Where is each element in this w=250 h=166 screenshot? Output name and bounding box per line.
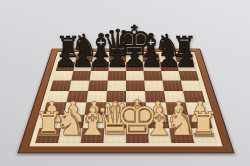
square-c2 bbox=[83, 115, 106, 129]
square-b3 bbox=[64, 102, 86, 114]
square-g6 bbox=[161, 71, 181, 81]
square-e8 bbox=[126, 54, 143, 62]
square-f8 bbox=[142, 54, 160, 62]
square-a7 bbox=[56, 62, 75, 71]
square-e1 bbox=[126, 128, 149, 143]
square-b7 bbox=[73, 62, 92, 71]
square-e7 bbox=[126, 62, 144, 71]
square-b8 bbox=[75, 54, 93, 62]
square-a5 bbox=[50, 81, 71, 91]
square-h3 bbox=[185, 102, 208, 114]
square-h2 bbox=[188, 115, 213, 129]
square-e4 bbox=[126, 91, 146, 102]
square-b5 bbox=[69, 81, 89, 91]
square-f6 bbox=[144, 71, 163, 81]
square-g5 bbox=[163, 81, 183, 91]
square-g8 bbox=[159, 54, 177, 62]
square-b2 bbox=[61, 115, 85, 129]
square-a3 bbox=[43, 102, 66, 114]
square-b6 bbox=[71, 71, 91, 81]
square-d7 bbox=[108, 62, 126, 71]
square-e6 bbox=[126, 71, 144, 81]
square-d6 bbox=[108, 71, 126, 81]
square-h5 bbox=[181, 81, 202, 91]
square-h4 bbox=[183, 91, 205, 102]
square-h8 bbox=[175, 54, 194, 62]
square-f1 bbox=[148, 128, 172, 143]
square-f3 bbox=[146, 102, 168, 114]
square-g4 bbox=[164, 91, 185, 102]
square-e5 bbox=[126, 81, 145, 91]
square-a8 bbox=[58, 54, 77, 62]
square-g3 bbox=[166, 102, 188, 114]
square-d4 bbox=[106, 91, 126, 102]
square-c6 bbox=[89, 71, 108, 81]
board-squares bbox=[35, 54, 217, 144]
square-c5 bbox=[88, 81, 108, 91]
square-e3 bbox=[126, 102, 147, 114]
square-h6 bbox=[179, 71, 199, 81]
square-h7 bbox=[177, 62, 196, 71]
square-g2 bbox=[167, 115, 191, 129]
square-c8 bbox=[92, 54, 110, 62]
square-f4 bbox=[145, 91, 166, 102]
square-f5 bbox=[144, 81, 164, 91]
square-b4 bbox=[67, 91, 88, 102]
square-d8 bbox=[109, 54, 126, 62]
square-g7 bbox=[160, 62, 179, 71]
square-d1 bbox=[103, 128, 126, 143]
square-f7 bbox=[143, 62, 161, 71]
square-c3 bbox=[85, 102, 107, 114]
square-d2 bbox=[104, 115, 126, 129]
square-e2 bbox=[126, 115, 148, 129]
square-c7 bbox=[91, 62, 109, 71]
photo-backdrop: ♜♞♝♛♚♝♞♜♟♟♟♟♟♟♟♟♟♟♟♟♟♟♟♟♜♞♝♛♚♝♞♜ bbox=[0, 0, 250, 166]
square-d5 bbox=[107, 81, 126, 91]
chess-board bbox=[17, 49, 234, 154]
square-g1 bbox=[169, 128, 194, 143]
square-c4 bbox=[86, 91, 107, 102]
square-d3 bbox=[105, 102, 126, 114]
square-f2 bbox=[147, 115, 170, 129]
square-h1 bbox=[191, 128, 217, 143]
square-b1 bbox=[58, 128, 83, 143]
square-a2 bbox=[39, 115, 64, 129]
board-margin bbox=[28, 51, 224, 147]
square-a4 bbox=[47, 91, 69, 102]
square-c1 bbox=[81, 128, 105, 143]
square-a6 bbox=[53, 71, 73, 81]
